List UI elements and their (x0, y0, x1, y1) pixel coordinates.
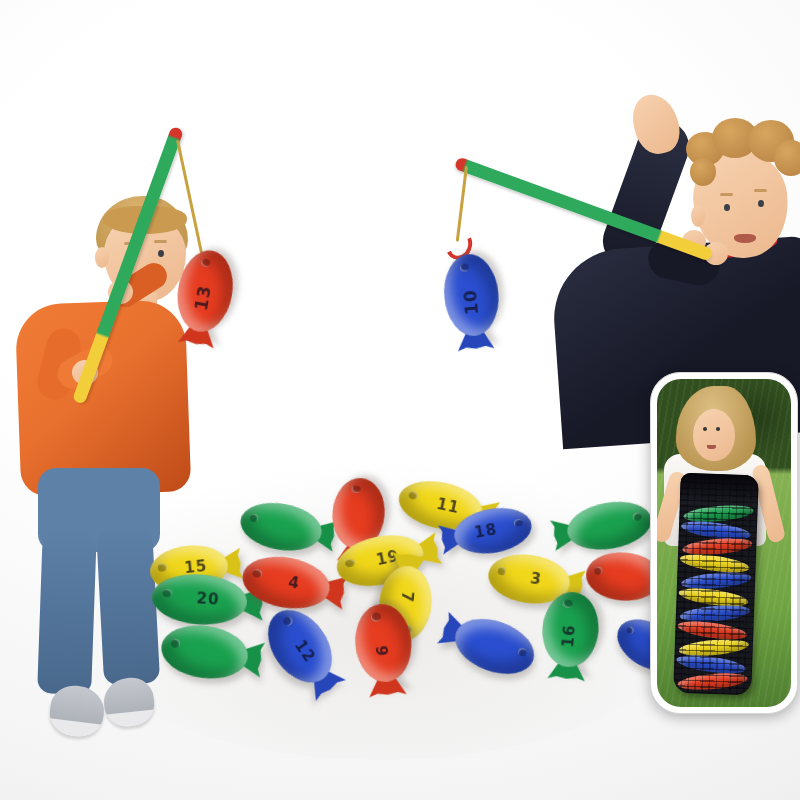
fish-number-6-red: 6 (352, 602, 416, 699)
girl-eye (703, 427, 707, 431)
inset-photo-frame (650, 372, 798, 714)
girl-eye (716, 427, 720, 431)
product-photo: 1310 152041119718312616 (0, 0, 800, 800)
left-boy-brow (154, 240, 167, 243)
girl-face (693, 409, 735, 461)
left-boy-eye (158, 250, 164, 257)
girl-mouth (707, 445, 716, 449)
fish-number-16-green: 16 (538, 590, 601, 683)
fish-number-10-blue: 10 (441, 252, 503, 352)
right-boy-brow (754, 189, 767, 192)
left-boy-sock (47, 683, 107, 739)
right-boy-eye (758, 200, 764, 207)
right-boy-mouth (734, 234, 756, 243)
bag-mesh-overlay (673, 473, 758, 695)
left-boy-leg (96, 523, 160, 686)
right-boy-eye (724, 204, 730, 211)
right-boy-brow (720, 193, 733, 196)
right-boy-hair (774, 140, 800, 176)
inset-photo (657, 379, 791, 707)
left-boy-leg (37, 527, 97, 695)
right-boy-ear (691, 205, 705, 227)
fish-eye-icon (594, 566, 602, 575)
mesh-storage-bag (673, 473, 758, 695)
left-boy-ear (95, 247, 109, 268)
right-boy-hair (690, 158, 716, 186)
